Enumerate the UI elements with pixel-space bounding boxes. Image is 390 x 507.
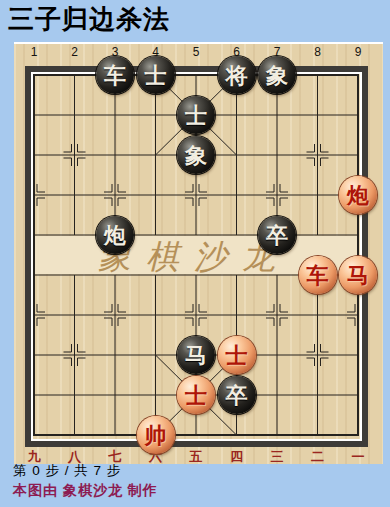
- piece-black-soldier[interactable]: 卒: [218, 376, 256, 414]
- piece-black-horse[interactable]: 马: [177, 336, 215, 374]
- piece-black-general[interactable]: 将: [218, 56, 256, 94]
- piece-red-general[interactable]: 帅: [137, 416, 175, 454]
- piece-red-advisor[interactable]: 士: [177, 376, 215, 414]
- status-step-counter: 第 0 步 / 共 7 步: [13, 462, 121, 480]
- piece-black-elephant[interactable]: 象: [177, 136, 215, 174]
- file-label-top-8: 8: [306, 45, 330, 59]
- file-label-top-9: 9: [346, 45, 370, 59]
- file-label-bottom-9: 一: [346, 448, 370, 466]
- file-label-bottom-8: 二: [306, 448, 330, 466]
- page-title: 三子归边杀法: [8, 2, 170, 37]
- piece-red-chariot[interactable]: 车: [299, 256, 337, 294]
- piece-black-advisor[interactable]: 士: [137, 56, 175, 94]
- file-label-bottom-5: 五: [184, 448, 208, 466]
- piece-red-advisor[interactable]: 士: [218, 336, 256, 374]
- piece-black-cannon[interactable]: 炮: [96, 216, 134, 254]
- file-label-bottom-6: 四: [225, 448, 249, 466]
- piece-black-soldier[interactable]: 卒: [258, 216, 296, 254]
- xiangqi-puzzle-app: 三子归边杀法 象棋沙龙 123456789 九八七六五四三二一 车士将象士象炮炮…: [0, 0, 390, 507]
- xiangqi-board[interactable]: 象棋沙龙 123456789 九八七六五四三二一 车士将象士象炮炮卒车马马士士卒…: [14, 42, 383, 464]
- piece-black-advisor[interactable]: 士: [177, 96, 215, 134]
- file-label-bottom-7: 三: [265, 448, 289, 466]
- file-label-top-5: 5: [184, 45, 208, 59]
- file-label-top-1: 1: [22, 45, 46, 59]
- file-label-top-2: 2: [63, 45, 87, 59]
- credit-line: 本图由 象棋沙龙 制作: [13, 482, 158, 500]
- piece-red-horse[interactable]: 马: [339, 256, 377, 294]
- piece-black-chariot[interactable]: 车: [96, 56, 134, 94]
- piece-red-cannon[interactable]: 炮: [339, 176, 377, 214]
- piece-black-elephant[interactable]: 象: [258, 56, 296, 94]
